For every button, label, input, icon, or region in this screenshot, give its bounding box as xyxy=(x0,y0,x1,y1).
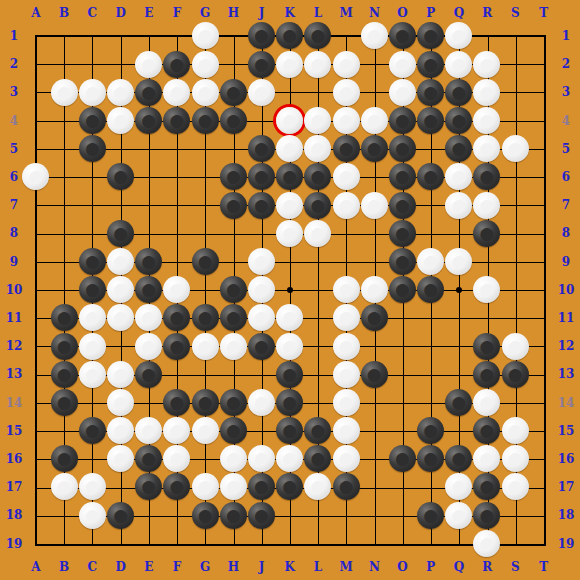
intersection-S19[interactable] xyxy=(501,529,529,557)
intersection-M15[interactable]: ● xyxy=(332,417,360,445)
intersection-R6[interactable]: ● xyxy=(473,163,501,191)
intersection-S13[interactable]: ● xyxy=(501,360,529,388)
intersection-H7[interactable]: ● xyxy=(219,191,247,219)
intersection-F1[interactable] xyxy=(163,22,191,50)
intersection-F14[interactable]: ● xyxy=(163,388,191,416)
intersection-C14[interactable] xyxy=(78,388,106,416)
intersection-Q9[interactable]: ● xyxy=(445,247,473,275)
intersection-H17[interactable]: ● xyxy=(219,473,247,501)
intersection-N14[interactable] xyxy=(360,388,388,416)
intersection-O13[interactable] xyxy=(388,360,416,388)
intersection-Q14[interactable]: ● xyxy=(445,388,473,416)
intersection-R7[interactable]: ● xyxy=(473,191,501,219)
intersection-P2[interactable]: ● xyxy=(417,50,445,78)
intersection-F13[interactable] xyxy=(163,360,191,388)
intersection-Q8[interactable] xyxy=(445,219,473,247)
intersection-P8[interactable] xyxy=(417,219,445,247)
intersection-H11[interactable]: ● xyxy=(219,304,247,332)
intersection-D2[interactable] xyxy=(106,50,134,78)
intersection-E17[interactable]: ● xyxy=(135,473,163,501)
intersection-B11[interactable]: ● xyxy=(50,304,78,332)
intersection-P5[interactable] xyxy=(417,135,445,163)
intersection-K6[interactable]: ● xyxy=(276,163,304,191)
intersection-L14[interactable] xyxy=(304,388,332,416)
intersection-S15[interactable]: ● xyxy=(501,417,529,445)
intersection-K7[interactable]: ● xyxy=(276,191,304,219)
intersection-M5[interactable]: ● xyxy=(332,135,360,163)
intersection-E3[interactable]: ● xyxy=(135,78,163,106)
intersection-M8[interactable] xyxy=(332,219,360,247)
intersection-L5[interactable]: ● xyxy=(304,135,332,163)
intersection-J7[interactable]: ● xyxy=(247,191,275,219)
intersection-D14[interactable]: ● xyxy=(106,388,134,416)
intersection-M17[interactable]: ● xyxy=(332,473,360,501)
intersection-R12[interactable]: ● xyxy=(473,332,501,360)
intersection-O11[interactable] xyxy=(388,304,416,332)
intersection-J11[interactable]: ● xyxy=(247,304,275,332)
intersection-F6[interactable] xyxy=(163,163,191,191)
intersection-Q16[interactable]: ● xyxy=(445,445,473,473)
intersection-K4[interactable]: ● xyxy=(276,106,304,134)
intersection-C3[interactable]: ● xyxy=(78,78,106,106)
intersection-P10[interactable]: ● xyxy=(417,276,445,304)
intersection-R17[interactable]: ● xyxy=(473,473,501,501)
intersection-B13[interactable]: ● xyxy=(50,360,78,388)
intersection-O10[interactable]: ● xyxy=(388,276,416,304)
intersection-O1[interactable]: ● xyxy=(388,22,416,50)
intersection-O6[interactable]: ● xyxy=(388,163,416,191)
intersection-S3[interactable] xyxy=(501,78,529,106)
intersection-K18[interactable] xyxy=(276,501,304,529)
intersection-C11[interactable]: ● xyxy=(78,304,106,332)
intersection-Q18[interactable]: ● xyxy=(445,501,473,529)
intersection-D8[interactable]: ● xyxy=(106,219,134,247)
intersection-P7[interactable] xyxy=(417,191,445,219)
intersection-C5[interactable]: ● xyxy=(78,135,106,163)
intersection-C2[interactable] xyxy=(78,50,106,78)
intersection-M11[interactable]: ● xyxy=(332,304,360,332)
intersection-K3[interactable] xyxy=(276,78,304,106)
intersection-D10[interactable]: ● xyxy=(106,276,134,304)
intersection-B19[interactable] xyxy=(50,529,78,557)
intersection-F17[interactable]: ● xyxy=(163,473,191,501)
intersection-G14[interactable]: ● xyxy=(191,388,219,416)
intersection-P19[interactable] xyxy=(417,529,445,557)
intersection-D16[interactable]: ● xyxy=(106,445,134,473)
intersection-N11[interactable]: ● xyxy=(360,304,388,332)
intersection-K8[interactable]: ● xyxy=(276,219,304,247)
intersection-G4[interactable]: ● xyxy=(191,106,219,134)
intersection-D17[interactable] xyxy=(106,473,134,501)
intersection-D19[interactable] xyxy=(106,529,134,557)
intersection-H6[interactable]: ● xyxy=(219,163,247,191)
intersection-E14[interactable] xyxy=(135,388,163,416)
intersection-Q11[interactable] xyxy=(445,304,473,332)
intersection-M18[interactable] xyxy=(332,501,360,529)
intersection-F19[interactable] xyxy=(163,529,191,557)
intersection-S2[interactable] xyxy=(501,50,529,78)
intersection-B1[interactable] xyxy=(50,22,78,50)
intersection-H3[interactable]: ● xyxy=(219,78,247,106)
intersection-N5[interactable]: ● xyxy=(360,135,388,163)
intersection-G7[interactable] xyxy=(191,191,219,219)
intersection-K17[interactable]: ● xyxy=(276,473,304,501)
intersection-K11[interactable]: ● xyxy=(276,304,304,332)
intersection-B7[interactable] xyxy=(50,191,78,219)
intersection-B2[interactable] xyxy=(50,50,78,78)
intersection-N4[interactable]: ● xyxy=(360,106,388,134)
intersection-G15[interactable]: ● xyxy=(191,417,219,445)
intersection-L8[interactable]: ● xyxy=(304,219,332,247)
intersection-J17[interactable]: ● xyxy=(247,473,275,501)
intersection-M12[interactable]: ● xyxy=(332,332,360,360)
intersection-M4[interactable]: ● xyxy=(332,106,360,134)
intersection-G17[interactable]: ● xyxy=(191,473,219,501)
intersection-Q4[interactable]: ● xyxy=(445,106,473,134)
intersection-R14[interactable]: ● xyxy=(473,388,501,416)
intersection-N6[interactable] xyxy=(360,163,388,191)
intersection-G9[interactable]: ● xyxy=(191,247,219,275)
intersection-B10[interactable] xyxy=(50,276,78,304)
intersection-F15[interactable]: ● xyxy=(163,417,191,445)
intersection-K10[interactable] xyxy=(276,276,304,304)
intersection-R19[interactable]: ● xyxy=(473,529,501,557)
intersection-D15[interactable]: ● xyxy=(106,417,134,445)
intersection-S8[interactable] xyxy=(501,219,529,247)
intersection-Q7[interactable]: ● xyxy=(445,191,473,219)
intersection-G5[interactable] xyxy=(191,135,219,163)
intersection-S14[interactable] xyxy=(501,388,529,416)
intersection-E12[interactable]: ● xyxy=(135,332,163,360)
intersection-C1[interactable] xyxy=(78,22,106,50)
intersection-M3[interactable]: ● xyxy=(332,78,360,106)
intersection-K14[interactable]: ● xyxy=(276,388,304,416)
intersection-L6[interactable]: ● xyxy=(304,163,332,191)
intersection-S16[interactable]: ● xyxy=(501,445,529,473)
intersection-G16[interactable] xyxy=(191,445,219,473)
intersection-H2[interactable] xyxy=(219,50,247,78)
intersection-D13[interactable]: ● xyxy=(106,360,134,388)
intersection-D11[interactable]: ● xyxy=(106,304,134,332)
intersection-C19[interactable] xyxy=(78,529,106,557)
intersection-D4[interactable]: ● xyxy=(106,106,134,134)
intersection-L4[interactable]: ● xyxy=(304,106,332,134)
intersection-E15[interactable]: ● xyxy=(135,417,163,445)
intersection-B9[interactable] xyxy=(50,247,78,275)
intersection-M1[interactable] xyxy=(332,22,360,50)
intersection-S10[interactable] xyxy=(501,276,529,304)
intersection-F2[interactable]: ● xyxy=(163,50,191,78)
intersection-O7[interactable]: ● xyxy=(388,191,416,219)
intersection-P12[interactable] xyxy=(417,332,445,360)
intersection-G10[interactable] xyxy=(191,276,219,304)
intersection-N10[interactable]: ● xyxy=(360,276,388,304)
intersection-R10[interactable]: ● xyxy=(473,276,501,304)
intersection-H9[interactable] xyxy=(219,247,247,275)
intersection-P13[interactable] xyxy=(417,360,445,388)
intersection-C6[interactable] xyxy=(78,163,106,191)
intersection-Q2[interactable]: ● xyxy=(445,50,473,78)
intersection-B6[interactable] xyxy=(50,163,78,191)
intersection-C15[interactable]: ● xyxy=(78,417,106,445)
intersection-P15[interactable]: ● xyxy=(417,417,445,445)
intersection-K13[interactable]: ● xyxy=(276,360,304,388)
intersection-H8[interactable] xyxy=(219,219,247,247)
intersection-M19[interactable] xyxy=(332,529,360,557)
intersection-O2[interactable]: ● xyxy=(388,50,416,78)
intersection-L12[interactable] xyxy=(304,332,332,360)
intersection-S6[interactable] xyxy=(501,163,529,191)
intersection-M13[interactable]: ● xyxy=(332,360,360,388)
intersection-L11[interactable] xyxy=(304,304,332,332)
intersection-R16[interactable]: ● xyxy=(473,445,501,473)
intersection-B8[interactable] xyxy=(50,219,78,247)
intersection-J13[interactable] xyxy=(247,360,275,388)
intersection-P11[interactable] xyxy=(417,304,445,332)
intersection-Q15[interactable] xyxy=(445,417,473,445)
intersection-E4[interactable]: ● xyxy=(135,106,163,134)
intersection-Q3[interactable]: ● xyxy=(445,78,473,106)
intersection-N18[interactable] xyxy=(360,501,388,529)
intersection-E5[interactable] xyxy=(135,135,163,163)
intersection-G8[interactable] xyxy=(191,219,219,247)
intersection-N8[interactable] xyxy=(360,219,388,247)
intersection-R18[interactable]: ● xyxy=(473,501,501,529)
intersection-K19[interactable] xyxy=(276,529,304,557)
intersection-G11[interactable]: ● xyxy=(191,304,219,332)
intersection-M16[interactable]: ● xyxy=(332,445,360,473)
intersection-C17[interactable]: ● xyxy=(78,473,106,501)
intersection-P14[interactable] xyxy=(417,388,445,416)
intersection-G3[interactable]: ● xyxy=(191,78,219,106)
intersection-S12[interactable]: ● xyxy=(501,332,529,360)
intersection-B5[interactable] xyxy=(50,135,78,163)
intersection-L13[interactable] xyxy=(304,360,332,388)
intersection-N7[interactable]: ● xyxy=(360,191,388,219)
intersection-R1[interactable] xyxy=(473,22,501,50)
intersection-J19[interactable] xyxy=(247,529,275,557)
intersection-O17[interactable] xyxy=(388,473,416,501)
intersection-L15[interactable]: ● xyxy=(304,417,332,445)
intersection-D7[interactable] xyxy=(106,191,134,219)
intersection-O8[interactable]: ● xyxy=(388,219,416,247)
intersection-H18[interactable]: ● xyxy=(219,501,247,529)
intersection-M2[interactable]: ● xyxy=(332,50,360,78)
intersection-O4[interactable]: ● xyxy=(388,106,416,134)
intersection-F9[interactable] xyxy=(163,247,191,275)
intersection-R15[interactable]: ● xyxy=(473,417,501,445)
intersection-F11[interactable]: ● xyxy=(163,304,191,332)
intersection-D9[interactable]: ● xyxy=(106,247,134,275)
intersection-G1[interactable]: ● xyxy=(191,22,219,50)
intersection-G13[interactable] xyxy=(191,360,219,388)
intersection-O14[interactable] xyxy=(388,388,416,416)
intersection-P17[interactable] xyxy=(417,473,445,501)
intersection-J12[interactable]: ● xyxy=(247,332,275,360)
intersection-J15[interactable] xyxy=(247,417,275,445)
intersection-H14[interactable]: ● xyxy=(219,388,247,416)
intersection-M14[interactable]: ● xyxy=(332,388,360,416)
intersection-M10[interactable]: ● xyxy=(332,276,360,304)
intersection-N9[interactable] xyxy=(360,247,388,275)
intersection-P1[interactable]: ● xyxy=(417,22,445,50)
intersection-R4[interactable]: ● xyxy=(473,106,501,134)
intersection-M7[interactable]: ● xyxy=(332,191,360,219)
intersection-D3[interactable]: ● xyxy=(106,78,134,106)
intersection-B17[interactable]: ● xyxy=(50,473,78,501)
intersection-E13[interactable]: ● xyxy=(135,360,163,388)
intersection-H4[interactable]: ● xyxy=(219,106,247,134)
intersection-E6[interactable] xyxy=(135,163,163,191)
intersection-C18[interactable]: ● xyxy=(78,501,106,529)
intersection-M6[interactable]: ● xyxy=(332,163,360,191)
intersection-P16[interactable]: ● xyxy=(417,445,445,473)
intersection-Q17[interactable]: ● xyxy=(445,473,473,501)
intersection-S18[interactable] xyxy=(501,501,529,529)
intersection-O18[interactable] xyxy=(388,501,416,529)
intersection-O5[interactable]: ● xyxy=(388,135,416,163)
intersection-S9[interactable] xyxy=(501,247,529,275)
intersection-L10[interactable] xyxy=(304,276,332,304)
intersection-S5[interactable]: ● xyxy=(501,135,529,163)
intersection-D6[interactable]: ● xyxy=(106,163,134,191)
intersection-E9[interactable]: ● xyxy=(135,247,163,275)
intersection-Q19[interactable] xyxy=(445,529,473,557)
intersection-K1[interactable]: ● xyxy=(276,22,304,50)
intersection-D12[interactable] xyxy=(106,332,134,360)
intersection-N17[interactable] xyxy=(360,473,388,501)
intersection-J2[interactable]: ● xyxy=(247,50,275,78)
intersection-K16[interactable]: ● xyxy=(276,445,304,473)
intersection-H15[interactable]: ● xyxy=(219,417,247,445)
intersection-F18[interactable] xyxy=(163,501,191,529)
intersection-B15[interactable] xyxy=(50,417,78,445)
intersection-J3[interactable]: ● xyxy=(247,78,275,106)
intersection-F7[interactable] xyxy=(163,191,191,219)
intersection-F12[interactable]: ● xyxy=(163,332,191,360)
intersection-J16[interactable]: ● xyxy=(247,445,275,473)
intersection-G19[interactable] xyxy=(191,529,219,557)
intersection-L9[interactable] xyxy=(304,247,332,275)
intersection-O12[interactable] xyxy=(388,332,416,360)
intersection-F8[interactable] xyxy=(163,219,191,247)
intersection-L19[interactable] xyxy=(304,529,332,557)
intersection-E16[interactable]: ● xyxy=(135,445,163,473)
intersection-P9[interactable]: ● xyxy=(417,247,445,275)
intersection-O19[interactable] xyxy=(388,529,416,557)
intersection-C8[interactable] xyxy=(78,219,106,247)
intersection-J5[interactable]: ● xyxy=(247,135,275,163)
intersection-R13[interactable]: ● xyxy=(473,360,501,388)
intersection-G6[interactable] xyxy=(191,163,219,191)
intersection-R3[interactable]: ● xyxy=(473,78,501,106)
intersection-F16[interactable]: ● xyxy=(163,445,191,473)
intersection-C10[interactable]: ● xyxy=(78,276,106,304)
intersection-C7[interactable] xyxy=(78,191,106,219)
intersection-J6[interactable]: ● xyxy=(247,163,275,191)
intersection-H10[interactable]: ● xyxy=(219,276,247,304)
intersection-E1[interactable] xyxy=(135,22,163,50)
intersection-D18[interactable]: ● xyxy=(106,501,134,529)
intersection-M9[interactable] xyxy=(332,247,360,275)
intersection-D1[interactable] xyxy=(106,22,134,50)
intersection-G12[interactable]: ● xyxy=(191,332,219,360)
intersection-H16[interactable]: ● xyxy=(219,445,247,473)
intersection-Q12[interactable] xyxy=(445,332,473,360)
intersection-E18[interactable] xyxy=(135,501,163,529)
intersection-L16[interactable]: ● xyxy=(304,445,332,473)
intersection-S4[interactable] xyxy=(501,106,529,134)
intersection-P4[interactable]: ● xyxy=(417,106,445,134)
intersection-L3[interactable] xyxy=(304,78,332,106)
intersection-L7[interactable]: ● xyxy=(304,191,332,219)
intersection-Q5[interactable]: ● xyxy=(445,135,473,163)
intersection-K9[interactable] xyxy=(276,247,304,275)
intersection-N19[interactable] xyxy=(360,529,388,557)
intersection-E2[interactable]: ● xyxy=(135,50,163,78)
intersection-E10[interactable]: ● xyxy=(135,276,163,304)
intersection-G18[interactable]: ● xyxy=(191,501,219,529)
intersection-K5[interactable]: ● xyxy=(276,135,304,163)
intersection-E19[interactable] xyxy=(135,529,163,557)
intersection-B14[interactable]: ● xyxy=(50,388,78,416)
intersection-G2[interactable]: ● xyxy=(191,50,219,78)
intersection-B16[interactable]: ● xyxy=(50,445,78,473)
intersection-B12[interactable]: ● xyxy=(50,332,78,360)
intersection-J1[interactable]: ● xyxy=(247,22,275,50)
intersection-Q6[interactable]: ● xyxy=(445,163,473,191)
intersection-H13[interactable] xyxy=(219,360,247,388)
intersection-H12[interactable]: ● xyxy=(219,332,247,360)
intersection-O15[interactable] xyxy=(388,417,416,445)
intersection-Q13[interactable] xyxy=(445,360,473,388)
intersection-N16[interactable] xyxy=(360,445,388,473)
intersection-F10[interactable]: ● xyxy=(163,276,191,304)
intersection-J10[interactable]: ● xyxy=(247,276,275,304)
intersection-N13[interactable]: ● xyxy=(360,360,388,388)
intersection-C4[interactable]: ● xyxy=(78,106,106,134)
intersection-D5[interactable] xyxy=(106,135,134,163)
intersection-K15[interactable]: ● xyxy=(276,417,304,445)
intersection-S11[interactable] xyxy=(501,304,529,332)
intersection-C13[interactable]: ● xyxy=(78,360,106,388)
intersection-L17[interactable]: ● xyxy=(304,473,332,501)
intersection-J14[interactable]: ● xyxy=(247,388,275,416)
intersection-P3[interactable]: ● xyxy=(417,78,445,106)
intersection-N3[interactable] xyxy=(360,78,388,106)
intersection-H1[interactable] xyxy=(219,22,247,50)
intersection-C12[interactable]: ● xyxy=(78,332,106,360)
intersection-R5[interactable]: ● xyxy=(473,135,501,163)
intersection-P6[interactable]: ● xyxy=(417,163,445,191)
intersection-H5[interactable] xyxy=(219,135,247,163)
intersection-N1[interactable]: ● xyxy=(360,22,388,50)
intersection-C9[interactable]: ● xyxy=(78,247,106,275)
intersection-K2[interactable]: ● xyxy=(276,50,304,78)
intersection-P18[interactable]: ● xyxy=(417,501,445,529)
intersection-J18[interactable]: ● xyxy=(247,501,275,529)
intersection-N15[interactable] xyxy=(360,417,388,445)
intersection-F3[interactable]: ● xyxy=(163,78,191,106)
intersection-O9[interactable]: ● xyxy=(388,247,416,275)
intersection-R9[interactable] xyxy=(473,247,501,275)
intersection-Q10[interactable] xyxy=(445,276,473,304)
intersection-N2[interactable] xyxy=(360,50,388,78)
intersection-S1[interactable] xyxy=(501,22,529,50)
intersection-C16[interactable] xyxy=(78,445,106,473)
intersection-F5[interactable] xyxy=(163,135,191,163)
intersection-B3[interactable]: ● xyxy=(50,78,78,106)
